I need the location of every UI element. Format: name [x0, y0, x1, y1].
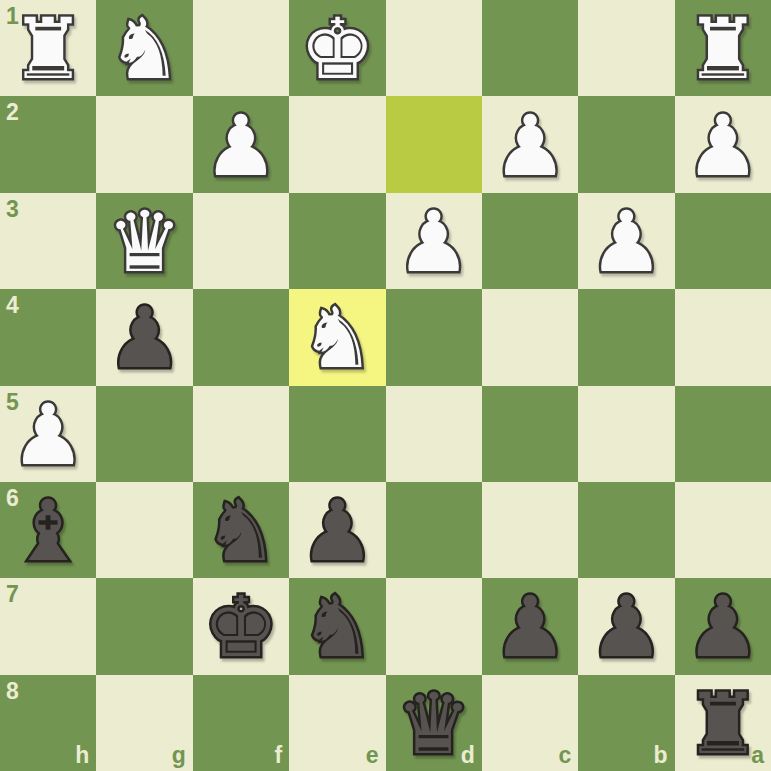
file-label-c: c [558, 744, 571, 767]
file-label-f: f [274, 744, 282, 767]
piece-black-pawn-g4[interactable]: ♟ [107, 296, 182, 380]
piece-white-pawn-c2[interactable]: ♟ [492, 104, 567, 188]
square-b5[interactable] [578, 386, 674, 482]
square-d3[interactable]: ♟ [386, 193, 482, 289]
square-g2[interactable] [96, 96, 192, 192]
square-e6[interactable]: ♟ [289, 482, 385, 578]
square-a3[interactable] [675, 193, 771, 289]
square-g7[interactable] [96, 578, 192, 674]
square-a7[interactable]: ♟ [675, 578, 771, 674]
square-d2[interactable] [386, 96, 482, 192]
rank-label-8: 8 [6, 680, 19, 703]
square-f3[interactable] [193, 193, 289, 289]
square-g8[interactable]: g [96, 675, 192, 771]
square-e7[interactable]: ♞ [289, 578, 385, 674]
piece-white-pawn-f2[interactable]: ♟ [203, 104, 278, 188]
square-a4[interactable] [675, 289, 771, 385]
piece-black-bishop-h6[interactable]: ♝ [11, 489, 86, 573]
square-h3[interactable]: 3 [0, 193, 96, 289]
file-label-e: e [366, 744, 379, 767]
rank-label-4: 4 [6, 294, 19, 317]
square-h2[interactable]: 2 [0, 96, 96, 192]
square-c6[interactable] [482, 482, 578, 578]
square-b7[interactable]: ♟ [578, 578, 674, 674]
square-b8[interactable]: b [578, 675, 674, 771]
piece-white-rook-a1[interactable]: ♜ [685, 7, 760, 91]
piece-black-pawn-c7[interactable]: ♟ [492, 585, 567, 669]
square-f1[interactable] [193, 0, 289, 96]
square-b6[interactable] [578, 482, 674, 578]
piece-white-pawn-a2[interactable]: ♟ [685, 104, 760, 188]
piece-white-king-e1[interactable]: ♚ [300, 7, 375, 91]
piece-white-rook-h1[interactable]: ♜ [11, 7, 86, 91]
piece-white-pawn-d3[interactable]: ♟ [396, 200, 471, 284]
square-e4[interactable]: ♞ [289, 289, 385, 385]
piece-white-knight-e4[interactable]: ♞ [300, 296, 375, 380]
square-d4[interactable] [386, 289, 482, 385]
square-d6[interactable] [386, 482, 482, 578]
piece-white-pawn-b3[interactable]: ♟ [589, 200, 664, 284]
piece-black-knight-e7[interactable]: ♞ [300, 585, 375, 669]
square-e3[interactable] [289, 193, 385, 289]
piece-black-knight-f6[interactable]: ♞ [203, 489, 278, 573]
square-e1[interactable]: ♚ [289, 0, 385, 96]
piece-black-rook-a8[interactable]: ♜ [685, 682, 760, 766]
square-h4[interactable]: 4 [0, 289, 96, 385]
square-h1[interactable]: 1♜ [0, 0, 96, 96]
square-b2[interactable] [578, 96, 674, 192]
piece-black-pawn-a7[interactable]: ♟ [685, 585, 760, 669]
square-d7[interactable] [386, 578, 482, 674]
chess-board: 1♜♞♚♜2♟♟♟3♛♟♟4♟♞5♟6♝♞♟7♚♞♟♟♟8hgfed♛cba♜ [0, 0, 771, 771]
square-c1[interactable] [482, 0, 578, 96]
piece-black-pawn-b7[interactable]: ♟ [589, 585, 664, 669]
file-label-b: b [654, 744, 668, 767]
square-d1[interactable] [386, 0, 482, 96]
square-a1[interactable]: ♜ [675, 0, 771, 96]
piece-white-pawn-h5[interactable]: ♟ [11, 393, 86, 477]
square-h5[interactable]: 5♟ [0, 386, 96, 482]
square-h7[interactable]: 7 [0, 578, 96, 674]
file-label-h: h [75, 744, 89, 767]
square-a8[interactable]: a♜ [675, 675, 771, 771]
square-f2[interactable]: ♟ [193, 96, 289, 192]
square-d8[interactable]: d♛ [386, 675, 482, 771]
piece-black-pawn-e6[interactable]: ♟ [300, 489, 375, 573]
square-h8[interactable]: 8h [0, 675, 96, 771]
square-f7[interactable]: ♚ [193, 578, 289, 674]
square-g6[interactable] [96, 482, 192, 578]
square-b4[interactable] [578, 289, 674, 385]
piece-black-king-f7[interactable]: ♚ [203, 585, 278, 669]
square-f6[interactable]: ♞ [193, 482, 289, 578]
square-e8[interactable]: e [289, 675, 385, 771]
square-c2[interactable]: ♟ [482, 96, 578, 192]
square-b3[interactable]: ♟ [578, 193, 674, 289]
square-f4[interactable] [193, 289, 289, 385]
square-c7[interactable]: ♟ [482, 578, 578, 674]
square-c8[interactable]: c [482, 675, 578, 771]
square-f8[interactable]: f [193, 675, 289, 771]
square-g4[interactable]: ♟ [96, 289, 192, 385]
piece-white-queen-g3[interactable]: ♛ [107, 200, 182, 284]
square-g1[interactable]: ♞ [96, 0, 192, 96]
piece-black-queen-d8[interactable]: ♛ [396, 682, 471, 766]
square-c4[interactable] [482, 289, 578, 385]
square-d5[interactable] [386, 386, 482, 482]
file-label-g: g [172, 744, 186, 767]
piece-white-knight-g1[interactable]: ♞ [107, 7, 182, 91]
square-c3[interactable] [482, 193, 578, 289]
rank-label-7: 7 [6, 583, 19, 606]
square-e2[interactable] [289, 96, 385, 192]
square-g3[interactable]: ♛ [96, 193, 192, 289]
square-h6[interactable]: 6♝ [0, 482, 96, 578]
square-a5[interactable] [675, 386, 771, 482]
square-f5[interactable] [193, 386, 289, 482]
square-g5[interactable] [96, 386, 192, 482]
rank-label-2: 2 [6, 101, 19, 124]
square-e5[interactable] [289, 386, 385, 482]
square-c5[interactable] [482, 386, 578, 482]
rank-label-3: 3 [6, 198, 19, 221]
square-a6[interactable] [675, 482, 771, 578]
square-b1[interactable] [578, 0, 674, 96]
square-a2[interactable]: ♟ [675, 96, 771, 192]
